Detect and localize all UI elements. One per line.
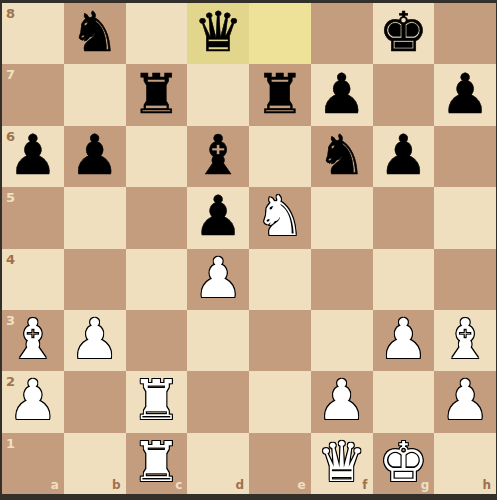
square-g1[interactable]: g♚: [373, 433, 435, 494]
file-label-h: h: [482, 479, 491, 491]
piece-black-pawn[interactable]: ♟: [8, 128, 57, 183]
square-c1[interactable]: c♜: [126, 433, 188, 494]
square-b7[interactable]: [64, 64, 126, 125]
piece-black-knight[interactable]: ♞: [317, 128, 366, 183]
square-a3[interactable]: 3♝: [2, 310, 64, 371]
piece-black-rook[interactable]: ♜: [132, 67, 181, 122]
square-c8[interactable]: [126, 3, 188, 64]
rank-label-1: 1: [6, 437, 15, 450]
square-b5[interactable]: [64, 187, 126, 248]
square-d7[interactable]: [187, 64, 249, 125]
rank-label-7: 7: [6, 68, 15, 81]
piece-black-king[interactable]: ♚: [379, 5, 428, 60]
square-c6[interactable]: [126, 126, 188, 187]
square-b6[interactable]: ♟: [64, 126, 126, 187]
square-h8[interactable]: [434, 3, 496, 64]
rank-label-4: 4: [6, 253, 15, 266]
square-c2[interactable]: ♜: [126, 371, 188, 432]
square-g8[interactable]: ♚: [373, 3, 435, 64]
square-f4[interactable]: [311, 249, 373, 310]
square-g5[interactable]: [373, 187, 435, 248]
chess-board: 8♞♛♚7♜♜♟♟6♟♟♝♞♟5♟♞4♟3♝♟♟♝2♟♜♟♟1abc♜def♛g…: [2, 3, 496, 494]
square-g3[interactable]: ♟: [373, 310, 435, 371]
piece-black-queen[interactable]: ♛: [193, 5, 242, 60]
square-h5[interactable]: [434, 187, 496, 248]
piece-black-pawn[interactable]: ♟: [317, 67, 366, 122]
square-b2[interactable]: [64, 371, 126, 432]
square-e6[interactable]: [249, 126, 311, 187]
file-label-d: d: [235, 479, 244, 491]
square-d6[interactable]: ♝: [187, 126, 249, 187]
rank-label-8: 8: [6, 7, 15, 20]
piece-white-pawn[interactable]: ♟: [193, 251, 242, 306]
rank-label-5: 5: [6, 191, 15, 204]
piece-black-rook[interactable]: ♜: [255, 67, 304, 122]
piece-white-pawn[interactable]: ♟: [70, 312, 119, 367]
piece-white-pawn[interactable]: ♟: [8, 373, 57, 428]
square-a5[interactable]: 5: [2, 187, 64, 248]
square-h3[interactable]: ♝: [434, 310, 496, 371]
square-e4[interactable]: [249, 249, 311, 310]
square-h2[interactable]: ♟: [434, 371, 496, 432]
piece-white-pawn[interactable]: ♟: [440, 373, 489, 428]
square-f8[interactable]: [311, 3, 373, 64]
square-e1[interactable]: e: [249, 433, 311, 494]
piece-white-queen[interactable]: ♛: [317, 435, 366, 490]
piece-white-rook[interactable]: ♜: [132, 373, 181, 428]
square-b1[interactable]: b: [64, 433, 126, 494]
square-a7[interactable]: 7: [2, 64, 64, 125]
square-c7[interactable]: ♜: [126, 64, 188, 125]
square-g6[interactable]: ♟: [373, 126, 435, 187]
square-f7[interactable]: ♟: [311, 64, 373, 125]
square-d4[interactable]: ♟: [187, 249, 249, 310]
square-a8[interactable]: 8: [2, 3, 64, 64]
square-d2[interactable]: [187, 371, 249, 432]
square-a6[interactable]: 6♟: [2, 126, 64, 187]
piece-white-rook[interactable]: ♜: [132, 435, 181, 490]
square-f1[interactable]: f♛: [311, 433, 373, 494]
piece-white-pawn[interactable]: ♟: [317, 373, 366, 428]
square-e8[interactable]: [249, 3, 311, 64]
square-b4[interactable]: [64, 249, 126, 310]
square-e3[interactable]: [249, 310, 311, 371]
square-f3[interactable]: [311, 310, 373, 371]
piece-white-knight[interactable]: ♞: [255, 189, 304, 244]
square-a4[interactable]: 4: [2, 249, 64, 310]
square-c3[interactable]: [126, 310, 188, 371]
square-h1[interactable]: h: [434, 433, 496, 494]
piece-black-bishop[interactable]: ♝: [193, 128, 242, 183]
square-h4[interactable]: [434, 249, 496, 310]
square-b3[interactable]: ♟: [64, 310, 126, 371]
piece-white-king[interactable]: ♚: [379, 435, 428, 490]
piece-white-pawn[interactable]: ♟: [379, 312, 428, 367]
square-e2[interactable]: [249, 371, 311, 432]
file-label-e: e: [298, 479, 306, 491]
square-d1[interactable]: d: [187, 433, 249, 494]
square-d5[interactable]: ♟: [187, 187, 249, 248]
board-frame: 8♞♛♚7♜♜♟♟6♟♟♝♞♟5♟♞4♟3♝♟♟♝2♟♜♟♟1abc♜def♛g…: [0, 0, 497, 500]
piece-black-pawn[interactable]: ♟: [70, 128, 119, 183]
file-label-b: b: [112, 479, 121, 491]
square-f6[interactable]: ♞: [311, 126, 373, 187]
file-label-a: a: [51, 479, 59, 491]
square-c5[interactable]: [126, 187, 188, 248]
square-g7[interactable]: [373, 64, 435, 125]
square-d8[interactable]: ♛: [187, 3, 249, 64]
piece-black-pawn[interactable]: ♟: [440, 67, 489, 122]
square-f2[interactable]: ♟: [311, 371, 373, 432]
piece-black-knight[interactable]: ♞: [70, 5, 119, 60]
square-h7[interactable]: ♟: [434, 64, 496, 125]
square-h6[interactable]: [434, 126, 496, 187]
square-e7[interactable]: ♜: [249, 64, 311, 125]
square-b8[interactable]: ♞: [64, 3, 126, 64]
square-f5[interactable]: [311, 187, 373, 248]
square-a2[interactable]: 2♟: [2, 371, 64, 432]
square-c4[interactable]: [126, 249, 188, 310]
square-d3[interactable]: [187, 310, 249, 371]
piece-white-bishop[interactable]: ♝: [440, 312, 489, 367]
square-g4[interactable]: [373, 249, 435, 310]
piece-black-pawn[interactable]: ♟: [193, 189, 242, 244]
square-e5[interactable]: ♞: [249, 187, 311, 248]
square-a1[interactable]: 1a: [2, 433, 64, 494]
square-g2[interactable]: [373, 371, 435, 432]
piece-white-bishop[interactable]: ♝: [8, 312, 57, 367]
piece-black-pawn[interactable]: ♟: [379, 128, 428, 183]
